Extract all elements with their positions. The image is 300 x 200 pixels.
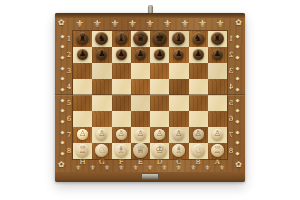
square-b4[interactable]: [189, 79, 208, 95]
fold-seam: [55, 94, 245, 96]
rank-label: 4: [227, 79, 235, 95]
square-e6[interactable]: [131, 111, 150, 127]
rank-label: 7: [65, 127, 73, 143]
diamond-icon: ◆: [61, 108, 65, 113]
square-d2[interactable]: ♟: [150, 47, 169, 63]
file-label: C: [169, 158, 188, 166]
file-label: H: [73, 158, 92, 166]
square-h2[interactable]: ♟: [73, 47, 92, 63]
square-g3[interactable]: [92, 63, 111, 79]
palmette-icon: ⚜: [181, 19, 190, 29]
corner-rosette-icon: ✿: [58, 19, 65, 27]
dark-knight[interactable]: ♞: [95, 32, 108, 45]
chess-piece-glyph: ♖: [213, 146, 221, 155]
chess-piece-glyph: ♙: [195, 130, 202, 138]
square-h7[interactable]: ♙: [73, 127, 92, 143]
palmette-icon: ⚜: [204, 165, 210, 172]
square-d4[interactable]: [150, 79, 169, 95]
square-f4[interactable]: [112, 79, 131, 95]
dark-bishop[interactable]: ♝: [115, 32, 128, 45]
corner-rosette-icon: ✿: [235, 19, 242, 27]
chess-piece-glyph: ♙: [214, 130, 221, 138]
chess-piece-glyph: ♟: [156, 50, 163, 58]
square-f1[interactable]: ♝: [112, 31, 131, 47]
chess-piece-glyph: ♘: [98, 146, 106, 155]
diamond-icon: ◆: [61, 151, 65, 156]
palmette-icon: ⚜: [75, 19, 84, 29]
square-f8[interactable]: ♗: [112, 143, 131, 159]
square-c5[interactable]: [169, 95, 188, 111]
chess-piece-glyph: ♙: [98, 130, 105, 138]
square-c8[interactable]: ♗: [169, 143, 188, 159]
square-h6[interactable]: [73, 111, 92, 127]
diamond-icon: ◆: [61, 119, 65, 124]
diamond-icon: ◆: [61, 98, 65, 103]
diamond-icon: ◆: [236, 140, 240, 145]
palmette-icon: ⚜: [176, 165, 182, 172]
photo-backdrop: ⚜⚜⚜⚜⚜⚜⚜⚜⚜ ⚜⚜⚜⚜⚜⚜⚜⚜⚜⚜⚜ ◆◆◆◆◆◆◆◆◆◆◆◆ ◆◆◆◆◆…: [0, 0, 300, 200]
palmette-icon: ⚜: [145, 19, 154, 29]
square-c1[interactable]: ♝: [169, 31, 188, 47]
square-a4[interactable]: [208, 79, 227, 95]
palmette-icon: ⚜: [118, 165, 124, 172]
chess-piece-glyph: ♝: [117, 34, 125, 43]
diamond-icon: ◆: [236, 87, 240, 92]
corner-rosette-icon: ✿: [58, 161, 65, 169]
diamond-icon: ◆: [61, 130, 65, 135]
square-g1[interactable]: ♞: [92, 31, 111, 47]
dark-knight[interactable]: ♞: [192, 32, 205, 45]
light-pawn[interactable]: ♙: [193, 129, 204, 140]
file-label: D: [150, 158, 169, 166]
chess-box: ⚜⚜⚜⚜⚜⚜⚜⚜⚜ ⚜⚜⚜⚜⚜⚜⚜⚜⚜⚜⚜ ◆◆◆◆◆◆◆◆◆◆◆◆ ◆◆◆◆◆…: [55, 13, 245, 182]
rank-label: 6: [65, 111, 73, 127]
light-knight[interactable]: ♘: [192, 144, 205, 157]
square-a8[interactable]: ♖: [208, 143, 227, 159]
dark-pawn[interactable]: ♟: [173, 49, 184, 60]
square-b6[interactable]: [189, 111, 208, 127]
palmette-icon: ⚜: [75, 165, 81, 172]
square-c2[interactable]: ♟: [169, 47, 188, 63]
square-d7[interactable]: ♙: [150, 127, 169, 143]
chess-piece-glyph: ♞: [98, 34, 106, 43]
square-c4[interactable]: [169, 79, 188, 95]
file-label: G: [92, 158, 111, 166]
square-c7[interactable]: ♙: [169, 127, 188, 143]
light-pawn[interactable]: ♙: [116, 129, 127, 140]
square-f3[interactable]: [112, 63, 131, 79]
square-d1[interactable]: ♚: [150, 31, 169, 47]
diamond-icon: ◆: [236, 76, 240, 81]
dark-pawn[interactable]: ♟: [96, 49, 107, 60]
palmette-icon: ⚜: [110, 19, 119, 29]
square-f6[interactable]: [112, 111, 131, 127]
square-e1[interactable]: ♛: [131, 31, 150, 47]
rank-label: 5: [65, 95, 73, 111]
light-pawn[interactable]: ♙: [77, 129, 88, 140]
diamond-icon: ◆: [236, 151, 240, 156]
rank-label: 6: [227, 111, 235, 127]
chess-piece-glyph: ♔: [155, 145, 164, 155]
square-a3[interactable]: [208, 63, 227, 79]
light-king[interactable]: ♔: [152, 143, 167, 158]
palmette-icon: ⚜: [163, 19, 172, 29]
light-pawn[interactable]: ♙: [212, 129, 223, 140]
palmette-icon: ⚜: [104, 165, 110, 172]
square-g6[interactable]: [92, 111, 111, 127]
file-label: F: [112, 158, 131, 166]
square-b3[interactable]: [189, 63, 208, 79]
diamond-icon: ◆: [236, 34, 240, 39]
file-labels-bottom: HGFEDCBA: [73, 158, 227, 166]
rank-label: 1: [227, 31, 235, 47]
square-e5[interactable]: [131, 95, 150, 111]
square-g2[interactable]: ♟: [92, 47, 111, 63]
rank-label: 5: [227, 95, 235, 111]
light-pawn[interactable]: ♙: [96, 129, 107, 140]
diamond-icon: ◆: [236, 130, 240, 135]
square-d6[interactable]: [150, 111, 169, 127]
palmette-icon: ⚜: [128, 19, 137, 29]
light-bishop[interactable]: ♗: [115, 144, 128, 157]
square-b8[interactable]: ♘: [189, 143, 208, 159]
chess-piece-glyph: ♜: [79, 34, 87, 43]
palmette-icon: ⚜: [89, 165, 95, 172]
chess-piece-glyph: ♟: [137, 50, 144, 58]
square-h8[interactable]: ♖: [73, 143, 92, 159]
diamond-icon: ◆: [236, 108, 240, 113]
square-h5[interactable]: [73, 95, 92, 111]
diamond-icon: ◆: [236, 119, 240, 124]
dark-king[interactable]: ♚: [152, 31, 167, 46]
chess-piece-glyph: ♜: [213, 34, 221, 43]
diamond-icon: ◆: [61, 34, 65, 39]
light-pawn[interactable]: ♙: [154, 129, 165, 140]
chess-piece-glyph: ♟: [214, 50, 221, 58]
square-g7[interactable]: ♙: [92, 127, 111, 143]
light-queen[interactable]: ♕: [133, 143, 148, 158]
chess-piece-glyph: ♟: [118, 50, 125, 58]
palmette-icon: ⚜: [198, 19, 207, 29]
palmette-icon: ⚜: [216, 19, 225, 29]
square-c6[interactable]: [169, 111, 188, 127]
diamond-icon: ◆: [236, 55, 240, 60]
chess-piece-glyph: ♕: [136, 145, 145, 155]
square-h3[interactable]: [73, 63, 92, 79]
dark-pawn[interactable]: ♟: [193, 49, 204, 60]
rank-label: 3: [227, 63, 235, 79]
diamond-icon: ◆: [61, 87, 65, 92]
chess-piece-glyph: ♙: [156, 130, 163, 138]
chess-piece-glyph: ♟: [175, 50, 182, 58]
dark-pawn[interactable]: ♟: [116, 49, 127, 60]
light-pawn[interactable]: ♙: [173, 129, 184, 140]
palmette-icon: ⚜: [219, 165, 225, 172]
square-d8[interactable]: ♔: [150, 143, 169, 159]
chess-piece-glyph: ♖: [79, 146, 87, 155]
chess-piece-glyph: ♟: [195, 50, 202, 58]
square-f7[interactable]: ♙: [112, 127, 131, 143]
square-g8[interactable]: ♘: [92, 143, 111, 159]
square-e8[interactable]: ♕: [131, 143, 150, 159]
dark-bishop[interactable]: ♝: [172, 32, 185, 45]
diamond-icon: ◆: [236, 66, 240, 71]
chess-piece-glyph: ♙: [118, 130, 125, 138]
chess-piece-glyph: ♛: [136, 33, 145, 43]
chess-piece-glyph: ♙: [79, 130, 86, 138]
palmette-icon: ⚜: [190, 165, 196, 172]
chess-piece-glyph: ♚: [155, 33, 164, 43]
corner-rosette-icon: ✿: [235, 161, 242, 169]
dark-rook[interactable]: ♜: [211, 32, 224, 45]
square-g4[interactable]: [92, 79, 111, 95]
rank-label: 4: [65, 79, 73, 95]
palmette-icon: ⚜: [161, 165, 167, 172]
square-a7[interactable]: ♙: [208, 127, 227, 143]
dark-queen[interactable]: ♛: [133, 31, 148, 46]
file-label: B: [189, 158, 208, 166]
diamond-icon: ◆: [61, 66, 65, 71]
dark-rook[interactable]: ♜: [76, 32, 89, 45]
diamond-icon: ◆: [236, 44, 240, 49]
light-rook[interactable]: ♖: [76, 144, 89, 157]
diamond-icon: ◆: [61, 76, 65, 81]
chess-piece-glyph: ♝: [175, 34, 183, 43]
square-e4[interactable]: [131, 79, 150, 95]
rank-label: 8: [227, 143, 235, 159]
palmette-icon: ⚜: [132, 165, 138, 172]
square-h4[interactable]: [73, 79, 92, 95]
carved-border-top: ⚜⚜⚜⚜⚜⚜⚜⚜⚜: [71, 16, 229, 31]
rank-label: 3: [65, 63, 73, 79]
rank-label: 2: [65, 47, 73, 63]
palmette-icon: ⚜: [147, 165, 153, 172]
square-b5[interactable]: [189, 95, 208, 111]
diamond-icon: ◆: [236, 98, 240, 103]
dark-pawn[interactable]: ♟: [135, 49, 146, 60]
square-e7[interactable]: ♙: [131, 127, 150, 143]
chess-piece-glyph: ♟: [79, 50, 86, 58]
diamond-icon: ◆: [61, 140, 65, 145]
square-a5[interactable]: [208, 95, 227, 111]
square-c3[interactable]: [169, 63, 188, 79]
square-d3[interactable]: [150, 63, 169, 79]
chess-piece-glyph: ♟: [98, 50, 105, 58]
palmette-icon: ⚜: [93, 19, 102, 29]
chess-piece-glyph: ♙: [137, 130, 144, 138]
chess-piece-glyph: ♘: [194, 146, 202, 155]
diamond-icon: ◆: [61, 44, 65, 49]
chess-piece-glyph: ♗: [175, 146, 183, 155]
dark-pawn[interactable]: ♟: [154, 49, 165, 60]
chess-piece-glyph: ♞: [194, 34, 202, 43]
square-b7[interactable]: ♙: [189, 127, 208, 143]
square-b1[interactable]: ♞: [189, 31, 208, 47]
square-g5[interactable]: [92, 95, 111, 111]
rank-label: 7: [227, 127, 235, 143]
rank-label: 2: [227, 47, 235, 63]
square-a6[interactable]: [208, 111, 227, 127]
rank-label: 1: [65, 31, 73, 47]
square-d5[interactable]: [150, 95, 169, 111]
dark-pawn[interactable]: ♟: [77, 49, 88, 60]
light-bishop[interactable]: ♗: [172, 144, 185, 157]
square-e2[interactable]: ♟: [131, 47, 150, 63]
light-pawn[interactable]: ♙: [135, 129, 146, 140]
square-h1[interactable]: ♜: [73, 31, 92, 47]
rank-label: 8: [65, 143, 73, 159]
file-label: A: [208, 158, 227, 166]
square-f2[interactable]: ♟: [112, 47, 131, 63]
dark-pawn[interactable]: ♟: [212, 49, 223, 60]
square-b2[interactable]: ♟: [189, 47, 208, 63]
square-f5[interactable]: [112, 95, 131, 111]
chess-piece-glyph: ♗: [117, 146, 125, 155]
diamond-icon: ◆: [61, 55, 65, 60]
light-knight[interactable]: ♘: [95, 144, 108, 157]
square-a2[interactable]: ♟: [208, 47, 227, 63]
file-label: E: [131, 158, 150, 166]
square-e3[interactable]: [131, 63, 150, 79]
light-rook[interactable]: ♖: [211, 144, 224, 157]
chess-piece-glyph: ♙: [175, 130, 182, 138]
square-a1[interactable]: ♜: [208, 31, 227, 47]
clasp-latch: [141, 173, 159, 180]
